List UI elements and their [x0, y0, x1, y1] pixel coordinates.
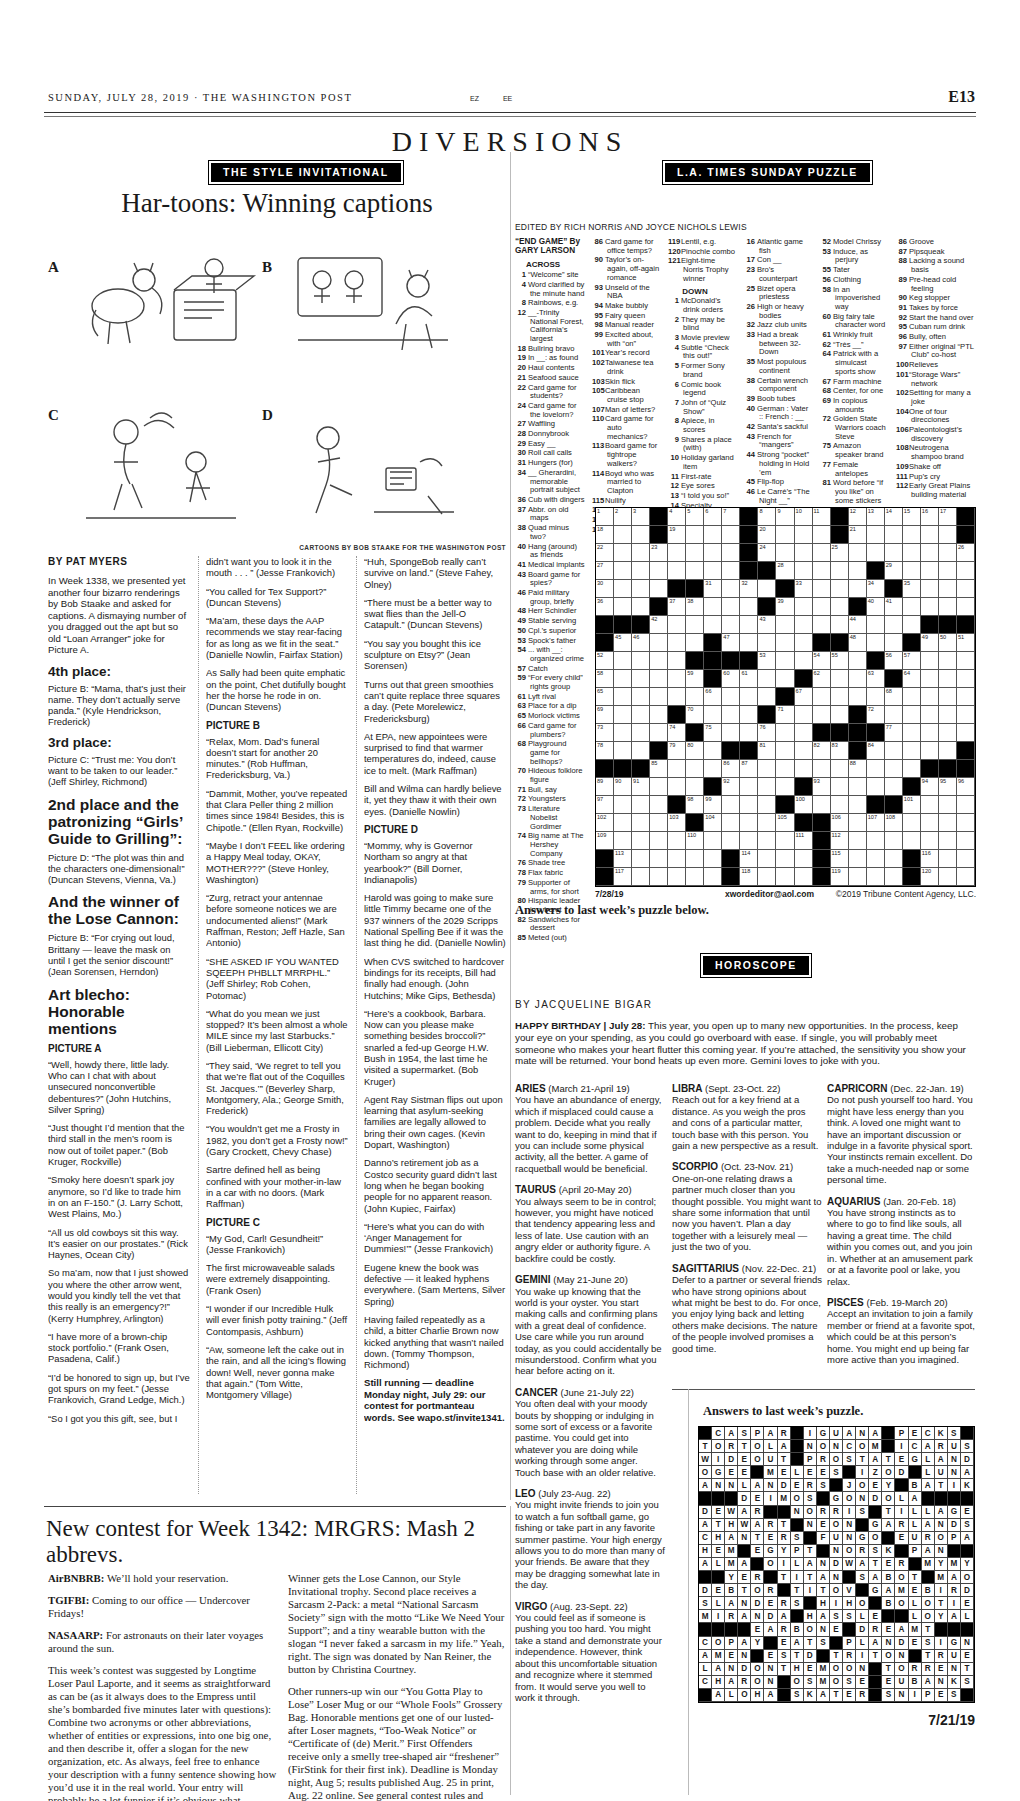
grid-cell[interactable]	[957, 706, 975, 724]
grid-cell[interactable]: 96	[957, 778, 975, 796]
grid-cell[interactable]	[632, 544, 650, 562]
grid-cell[interactable]	[795, 598, 813, 616]
grid-cell[interactable]: 11	[813, 508, 831, 526]
grid-cell[interactable]	[903, 814, 921, 832]
grid-cell[interactable]	[758, 796, 776, 814]
grid-cell[interactable]: 38	[686, 598, 704, 616]
grid-cell[interactable]	[849, 688, 867, 706]
grid-cell[interactable]	[831, 688, 849, 706]
grid-cell[interactable]	[614, 544, 632, 562]
grid-cell[interactable]: 49	[921, 634, 939, 652]
grid-cell[interactable]: 3	[632, 508, 650, 526]
grid-cell[interactable]	[758, 850, 776, 868]
grid-cell[interactable]	[867, 778, 885, 796]
grid-cell[interactable]	[885, 832, 903, 850]
grid-cell[interactable]	[903, 724, 921, 742]
grid-cell[interactable]	[776, 742, 794, 760]
grid-cell[interactable]: 89	[596, 778, 614, 796]
grid-cell[interactable]	[903, 598, 921, 616]
grid-cell[interactable]	[903, 832, 921, 850]
grid-cell[interactable]: 1	[596, 508, 614, 526]
grid-cell[interactable]	[813, 688, 831, 706]
grid-cell[interactable]	[921, 724, 939, 742]
grid-cell[interactable]	[668, 634, 686, 652]
grid-cell[interactable]	[722, 526, 740, 544]
grid-cell[interactable]	[939, 742, 957, 760]
grid-cell[interactable]	[885, 868, 903, 886]
grid-cell[interactable]: 112	[831, 832, 849, 850]
grid-cell[interactable]	[849, 544, 867, 562]
grid-cell[interactable]	[867, 688, 885, 706]
grid-cell[interactable]: 97	[596, 796, 614, 814]
grid-cell[interactable]: 106	[831, 814, 849, 832]
grid-cell[interactable]: 9	[776, 508, 794, 526]
crossword-grid[interactable]: 1234567891011121314151617181920212223242…	[595, 507, 976, 887]
grid-cell[interactable]	[704, 598, 722, 616]
grid-cell[interactable]: 87	[740, 760, 758, 778]
grid-cell[interactable]: 65	[596, 688, 614, 706]
grid-cell[interactable]	[668, 688, 686, 706]
grid-cell[interactable]: 13	[867, 508, 885, 526]
grid-cell[interactable]	[921, 598, 939, 616]
grid-cell[interactable]: 88	[849, 760, 867, 778]
grid-cell[interactable]: 101	[903, 796, 921, 814]
grid-cell[interactable]	[885, 544, 903, 562]
grid-cell[interactable]	[903, 706, 921, 724]
grid-cell[interactable]	[831, 562, 849, 580]
grid-cell[interactable]: 15	[903, 508, 921, 526]
grid-cell[interactable]	[740, 616, 758, 634]
grid-cell[interactable]	[939, 724, 957, 742]
grid-cell[interactable]	[849, 652, 867, 670]
grid-cell[interactable]	[632, 580, 650, 598]
grid-cell[interactable]	[957, 598, 975, 616]
grid-cell[interactable]	[704, 832, 722, 850]
grid-cell[interactable]	[632, 796, 650, 814]
grid-cell[interactable]	[614, 688, 632, 706]
grid-cell[interactable]	[722, 688, 740, 706]
grid-cell[interactable]: 31	[704, 580, 722, 598]
grid-cell[interactable]: 44	[849, 616, 867, 634]
grid-cell[interactable]	[867, 526, 885, 544]
grid-cell[interactable]: 110	[686, 832, 704, 850]
grid-cell[interactable]	[776, 634, 794, 652]
grid-cell[interactable]	[831, 580, 849, 598]
grid-cell[interactable]: 90	[614, 778, 632, 796]
grid-cell[interactable]: 19	[668, 526, 686, 544]
grid-cell[interactable]: 8	[758, 508, 776, 526]
grid-cell[interactable]	[722, 598, 740, 616]
grid-cell[interactable]	[632, 814, 650, 832]
grid-cell[interactable]: 34	[867, 580, 885, 598]
grid-cell[interactable]	[795, 616, 813, 634]
grid-cell[interactable]: 41	[885, 598, 903, 616]
grid-cell[interactable]	[650, 652, 668, 670]
grid-cell[interactable]	[614, 598, 632, 616]
grid-cell[interactable]: 61	[740, 670, 758, 688]
grid-cell[interactable]	[813, 544, 831, 562]
grid-cell[interactable]	[722, 706, 740, 724]
grid-cell[interactable]	[795, 544, 813, 562]
grid-cell[interactable]	[614, 742, 632, 760]
grid-cell[interactable]: 37	[668, 598, 686, 616]
grid-cell[interactable]	[740, 724, 758, 742]
grid-cell[interactable]: 69	[596, 706, 614, 724]
grid-cell[interactable]	[668, 544, 686, 562]
grid-cell[interactable]: 108	[885, 814, 903, 832]
grid-cell[interactable]	[740, 778, 758, 796]
grid-cell[interactable]: 56	[885, 652, 903, 670]
grid-cell[interactable]	[921, 526, 939, 544]
grid-cell[interactable]: 104	[704, 814, 722, 832]
grid-cell[interactable]	[957, 580, 975, 598]
grid-cell[interactable]	[776, 724, 794, 742]
grid-cell[interactable]: 29	[885, 562, 903, 580]
grid-cell[interactable]	[957, 562, 975, 580]
grid-cell[interactable]	[614, 832, 632, 850]
grid-cell[interactable]: 33	[795, 580, 813, 598]
grid-cell[interactable]	[758, 868, 776, 886]
grid-cell[interactable]: 85	[650, 760, 668, 778]
grid-cell[interactable]	[885, 850, 903, 868]
grid-cell[interactable]	[921, 544, 939, 562]
grid-cell[interactable]	[758, 670, 776, 688]
grid-cell[interactable]: 84	[867, 742, 885, 760]
grid-cell[interactable]	[795, 562, 813, 580]
grid-cell[interactable]	[704, 616, 722, 634]
grid-cell[interactable]: 74	[668, 724, 686, 742]
grid-cell[interactable]	[632, 670, 650, 688]
grid-cell[interactable]	[795, 724, 813, 742]
grid-cell[interactable]: 107	[867, 814, 885, 832]
grid-cell[interactable]	[813, 526, 831, 544]
grid-cell[interactable]	[614, 526, 632, 544]
grid-cell[interactable]: 114	[740, 850, 758, 868]
grid-cell[interactable]	[722, 814, 740, 832]
grid-cell[interactable]	[740, 706, 758, 724]
grid-cell[interactable]	[650, 634, 668, 652]
grid-cell[interactable]	[921, 562, 939, 580]
grid-cell[interactable]	[849, 778, 867, 796]
grid-cell[interactable]	[614, 814, 632, 832]
grid-cell[interactable]: 25	[831, 544, 849, 562]
grid-cell[interactable]	[957, 688, 975, 706]
grid-cell[interactable]	[632, 850, 650, 868]
grid-cell[interactable]: 30	[596, 580, 614, 598]
grid-cell[interactable]	[939, 688, 957, 706]
grid-cell[interactable]: 48	[849, 634, 867, 652]
grid-cell[interactable]: 120	[921, 868, 939, 886]
grid-cell[interactable]	[650, 670, 668, 688]
grid-cell[interactable]	[650, 688, 668, 706]
grid-cell[interactable]: 4	[668, 508, 686, 526]
grid-cell[interactable]	[668, 778, 686, 796]
grid-cell[interactable]: 109	[596, 832, 614, 850]
grid-cell[interactable]	[758, 832, 776, 850]
grid-cell[interactable]: 35	[903, 580, 921, 598]
grid-cell[interactable]: 66	[704, 688, 722, 706]
grid-cell[interactable]: 95	[939, 778, 957, 796]
grid-cell[interactable]	[957, 670, 975, 688]
grid-cell[interactable]: 20	[758, 526, 776, 544]
grid-cell[interactable]	[903, 526, 921, 544]
grid-cell[interactable]	[867, 544, 885, 562]
grid-cell[interactable]: 36	[596, 598, 614, 616]
grid-cell[interactable]: 81	[758, 742, 776, 760]
grid-cell[interactable]	[650, 778, 668, 796]
grid-cell[interactable]: 75	[704, 724, 722, 742]
grid-cell[interactable]	[686, 760, 704, 778]
grid-cell[interactable]	[650, 796, 668, 814]
grid-cell[interactable]	[650, 850, 668, 868]
grid-cell[interactable]	[758, 580, 776, 598]
grid-cell[interactable]	[885, 706, 903, 724]
grid-cell[interactable]: 17	[939, 508, 957, 526]
grid-cell[interactable]	[632, 868, 650, 886]
grid-cell[interactable]	[668, 670, 686, 688]
grid-cell[interactable]: 42	[650, 616, 668, 634]
grid-cell[interactable]	[903, 688, 921, 706]
grid-cell[interactable]	[632, 724, 650, 742]
grid-cell[interactable]	[957, 796, 975, 814]
grid-cell[interactable]: 113	[614, 850, 632, 868]
grid-cell[interactable]	[776, 670, 794, 688]
grid-cell[interactable]	[903, 544, 921, 562]
grid-cell[interactable]	[813, 580, 831, 598]
grid-cell[interactable]	[686, 868, 704, 886]
grid-cell[interactable]	[650, 724, 668, 742]
grid-cell[interactable]	[740, 832, 758, 850]
grid-cell[interactable]	[813, 706, 831, 724]
grid-cell[interactable]	[776, 544, 794, 562]
grid-cell[interactable]: 47	[722, 634, 740, 652]
grid-cell[interactable]	[849, 562, 867, 580]
grid-cell[interactable]	[722, 724, 740, 742]
grid-cell[interactable]	[614, 580, 632, 598]
grid-cell[interactable]	[686, 544, 704, 562]
grid-cell[interactable]	[831, 778, 849, 796]
grid-cell[interactable]	[686, 688, 704, 706]
grid-cell[interactable]: 5	[686, 508, 704, 526]
grid-cell[interactable]	[867, 634, 885, 652]
grid-cell[interactable]: 116	[921, 850, 939, 868]
grid-cell[interactable]	[668, 652, 686, 670]
grid-cell[interactable]	[939, 796, 957, 814]
grid-cell[interactable]: 60	[722, 670, 740, 688]
grid-cell[interactable]: 62	[813, 670, 831, 688]
grid-cell[interactable]	[704, 562, 722, 580]
grid-cell[interactable]	[867, 832, 885, 850]
grid-cell[interactable]	[939, 814, 957, 832]
grid-cell[interactable]	[939, 706, 957, 724]
grid-cell[interactable]	[632, 598, 650, 616]
grid-cell[interactable]: 32	[740, 580, 758, 598]
grid-cell[interactable]: 118	[740, 868, 758, 886]
grid-cell[interactable]	[776, 526, 794, 544]
grid-cell[interactable]	[939, 544, 957, 562]
grid-cell[interactable]	[686, 634, 704, 652]
grid-cell[interactable]	[831, 796, 849, 814]
grid-cell[interactable]: 67	[795, 688, 813, 706]
grid-cell[interactable]	[686, 778, 704, 796]
grid-cell[interactable]	[867, 616, 885, 634]
grid-cell[interactable]	[758, 760, 776, 778]
grid-cell[interactable]	[867, 760, 885, 778]
grid-cell[interactable]	[758, 814, 776, 832]
grid-cell[interactable]	[813, 598, 831, 616]
grid-cell[interactable]	[632, 832, 650, 850]
grid-cell[interactable]	[722, 832, 740, 850]
grid-cell[interactable]: 58	[596, 670, 614, 688]
grid-cell[interactable]: 119	[831, 868, 849, 886]
grid-cell[interactable]	[813, 760, 831, 778]
grid-cell[interactable]: 92	[722, 778, 740, 796]
grid-cell[interactable]	[831, 598, 849, 616]
grid-cell[interactable]: 7	[722, 508, 740, 526]
grid-cell[interactable]	[849, 814, 867, 832]
grid-cell[interactable]	[795, 850, 813, 868]
grid-cell[interactable]	[704, 526, 722, 544]
grid-cell[interactable]	[668, 562, 686, 580]
grid-cell[interactable]	[885, 742, 903, 760]
grid-cell[interactable]	[614, 562, 632, 580]
grid-cell[interactable]	[849, 796, 867, 814]
grid-cell[interactable]	[722, 580, 740, 598]
grid-cell[interactable]	[831, 670, 849, 688]
grid-cell[interactable]: 93	[813, 778, 831, 796]
grid-cell[interactable]: 22	[596, 544, 614, 562]
grid-cell[interactable]	[849, 850, 867, 868]
grid-cell[interactable]: 26	[957, 544, 975, 562]
grid-cell[interactable]: 45	[614, 634, 632, 652]
grid-cell[interactable]	[795, 868, 813, 886]
grid-cell[interactable]	[632, 706, 650, 724]
grid-cell[interactable]	[632, 688, 650, 706]
grid-cell[interactable]	[849, 580, 867, 598]
grid-cell[interactable]	[831, 616, 849, 634]
grid-cell[interactable]: 102	[596, 814, 614, 832]
grid-cell[interactable]	[939, 526, 957, 544]
grid-cell[interactable]	[614, 796, 632, 814]
grid-cell[interactable]: 46	[632, 634, 650, 652]
grid-cell[interactable]	[813, 562, 831, 580]
grid-cell[interactable]	[776, 832, 794, 850]
grid-cell[interactable]	[632, 526, 650, 544]
grid-cell[interactable]	[650, 706, 668, 724]
grid-cell[interactable]: 40	[867, 598, 885, 616]
grid-cell[interactable]: 72	[867, 706, 885, 724]
grid-cell[interactable]: 2	[614, 508, 632, 526]
grid-cell[interactable]	[632, 742, 650, 760]
grid-cell[interactable]	[795, 526, 813, 544]
grid-cell[interactable]	[740, 634, 758, 652]
grid-cell[interactable]	[957, 850, 975, 868]
grid-cell[interactable]	[758, 688, 776, 706]
grid-cell[interactable]	[614, 706, 632, 724]
grid-cell[interactable]	[704, 760, 722, 778]
grid-cell[interactable]	[939, 832, 957, 850]
grid-cell[interactable]	[849, 832, 867, 850]
grid-cell[interactable]	[758, 634, 776, 652]
grid-cell[interactable]: 12	[849, 508, 867, 526]
grid-cell[interactable]: 59	[686, 670, 704, 688]
grid-cell[interactable]	[921, 652, 939, 670]
grid-cell[interactable]	[795, 742, 813, 760]
grid-cell[interactable]	[795, 652, 813, 670]
grid-cell[interactable]: 24	[758, 544, 776, 562]
grid-cell[interactable]: 71	[776, 706, 794, 724]
grid-cell[interactable]: 28	[776, 562, 794, 580]
grid-cell[interactable]: 63	[867, 670, 885, 688]
grid-cell[interactable]	[704, 706, 722, 724]
grid-cell[interactable]: 78	[596, 742, 614, 760]
grid-cell[interactable]	[668, 850, 686, 868]
grid-cell[interactable]: 111	[795, 832, 813, 850]
grid-cell[interactable]: 94	[921, 778, 939, 796]
grid-cell[interactable]	[903, 760, 921, 778]
grid-cell[interactable]	[650, 562, 668, 580]
grid-cell[interactable]	[939, 562, 957, 580]
grid-cell[interactable]	[686, 850, 704, 868]
grid-cell[interactable]	[885, 526, 903, 544]
grid-cell[interactable]: 100	[795, 796, 813, 814]
grid-cell[interactable]	[740, 814, 758, 832]
grid-cell[interactable]	[957, 868, 975, 886]
grid-cell[interactable]	[668, 868, 686, 886]
grid-cell[interactable]	[650, 832, 668, 850]
grid-cell[interactable]: 6	[704, 508, 722, 526]
grid-cell[interactable]	[686, 562, 704, 580]
grid-cell[interactable]: 79	[668, 742, 686, 760]
grid-cell[interactable]: 86	[722, 760, 740, 778]
grid-cell[interactable]: 57	[903, 652, 921, 670]
grid-cell[interactable]: 73	[596, 724, 614, 742]
grid-cell[interactable]: 98	[686, 796, 704, 814]
grid-cell[interactable]	[758, 778, 776, 796]
grid-cell[interactable]	[740, 598, 758, 616]
grid-cell[interactable]	[776, 868, 794, 886]
grid-cell[interactable]	[795, 760, 813, 778]
grid-cell[interactable]	[867, 868, 885, 886]
grid-cell[interactable]	[939, 598, 957, 616]
grid-cell[interactable]	[650, 580, 668, 598]
grid-cell[interactable]: 50	[939, 634, 957, 652]
grid-cell[interactable]	[704, 850, 722, 868]
grid-cell[interactable]: 51	[957, 634, 975, 652]
grid-cell[interactable]	[885, 634, 903, 652]
grid-cell[interactable]	[632, 562, 650, 580]
grid-cell[interactable]	[921, 688, 939, 706]
grid-cell[interactable]	[704, 544, 722, 562]
grid-cell[interactable]: 105	[776, 814, 794, 832]
grid-cell[interactable]: 68	[885, 688, 903, 706]
grid-cell[interactable]	[849, 868, 867, 886]
grid-cell[interactable]: 117	[614, 868, 632, 886]
grid-cell[interactable]: 103	[668, 814, 686, 832]
grid-cell[interactable]: 91	[632, 778, 650, 796]
grid-cell[interactable]: 115	[831, 850, 849, 868]
grid-cell[interactable]	[831, 706, 849, 724]
grid-cell[interactable]: 27	[596, 562, 614, 580]
grid-cell[interactable]: 76	[758, 724, 776, 742]
grid-cell[interactable]: 14	[885, 508, 903, 526]
grid-cell[interactable]	[921, 796, 939, 814]
grid-cell[interactable]	[885, 616, 903, 634]
grid-cell[interactable]: 23	[650, 544, 668, 562]
grid-cell[interactable]: 83	[831, 742, 849, 760]
grid-cell[interactable]	[650, 814, 668, 832]
grid-cell[interactable]	[776, 616, 794, 634]
